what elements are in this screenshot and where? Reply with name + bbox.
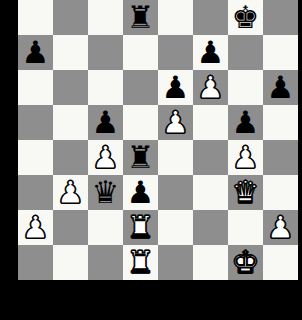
piece-black-rook-d8[interactable]: ♜: [127, 0, 155, 35]
square-h5[interactable]: [263, 105, 298, 140]
square-h6[interactable]: ♟: [263, 70, 298, 105]
square-a4[interactable]: [18, 140, 53, 175]
square-e8[interactable]: [158, 0, 193, 35]
square-h3[interactable]: [263, 175, 298, 210]
square-c5[interactable]: ♟: [88, 105, 123, 140]
piece-white-pawn-b3[interactable]: ♟: [57, 175, 85, 210]
square-f6[interactable]: ♟: [193, 70, 228, 105]
square-f7[interactable]: ♟: [193, 35, 228, 70]
square-b1[interactable]: [53, 245, 88, 280]
square-g7[interactable]: [228, 35, 263, 70]
square-c8[interactable]: [88, 0, 123, 35]
square-g3[interactable]: ♛: [228, 175, 263, 210]
piece-black-rook-d4[interactable]: ♜: [127, 140, 155, 175]
square-d7[interactable]: [123, 35, 158, 70]
square-g8[interactable]: ♚: [228, 0, 263, 35]
square-a3[interactable]: [18, 175, 53, 210]
square-e7[interactable]: [158, 35, 193, 70]
piece-white-pawn-f6[interactable]: ♟: [197, 70, 225, 105]
square-c7[interactable]: [88, 35, 123, 70]
square-g5[interactable]: ♟: [228, 105, 263, 140]
square-g4[interactable]: ♟: [228, 140, 263, 175]
piece-white-pawn-h2[interactable]: ♟: [267, 210, 295, 245]
square-g2[interactable]: [228, 210, 263, 245]
square-e5[interactable]: ♟: [158, 105, 193, 140]
square-h4[interactable]: [263, 140, 298, 175]
piece-black-pawn-h6[interactable]: ♟: [267, 70, 295, 105]
piece-black-pawn-d3[interactable]: ♟: [127, 175, 155, 210]
piece-white-king-g1[interactable]: ♚: [232, 245, 260, 280]
square-g1[interactable]: ♚: [228, 245, 263, 280]
piece-black-queen-c3[interactable]: ♛: [92, 175, 120, 210]
square-e3[interactable]: [158, 175, 193, 210]
square-g6[interactable]: [228, 70, 263, 105]
square-b4[interactable]: [53, 140, 88, 175]
square-b7[interactable]: [53, 35, 88, 70]
square-f8[interactable]: [193, 0, 228, 35]
square-f2[interactable]: [193, 210, 228, 245]
square-c2[interactable]: [88, 210, 123, 245]
square-h8[interactable]: [263, 0, 298, 35]
square-d1[interactable]: ♜: [123, 245, 158, 280]
square-d8[interactable]: ♜: [123, 0, 158, 35]
square-d3[interactable]: ♟: [123, 175, 158, 210]
piece-black-king-g8[interactable]: ♚: [232, 0, 260, 35]
square-f1[interactable]: [193, 245, 228, 280]
square-c4[interactable]: ♟: [88, 140, 123, 175]
piece-white-pawn-e5[interactable]: ♟: [162, 105, 190, 140]
square-f3[interactable]: [193, 175, 228, 210]
square-f5[interactable]: [193, 105, 228, 140]
piece-black-pawn-e6[interactable]: ♟: [162, 70, 190, 105]
square-b6[interactable]: [53, 70, 88, 105]
square-d4[interactable]: ♜: [123, 140, 158, 175]
piece-black-pawn-c5[interactable]: ♟: [92, 105, 120, 140]
square-e2[interactable]: [158, 210, 193, 245]
square-c3[interactable]: ♛: [88, 175, 123, 210]
square-b2[interactable]: [53, 210, 88, 245]
square-b8[interactable]: [53, 0, 88, 35]
square-d6[interactable]: [123, 70, 158, 105]
piece-white-queen-g3[interactable]: ♛: [232, 175, 260, 210]
square-b5[interactable]: [53, 105, 88, 140]
square-a6[interactable]: [18, 70, 53, 105]
piece-white-pawn-g4[interactable]: ♟: [232, 140, 260, 175]
square-f4[interactable]: [193, 140, 228, 175]
square-e1[interactable]: [158, 245, 193, 280]
square-e4[interactable]: [158, 140, 193, 175]
square-b3[interactable]: ♟: [53, 175, 88, 210]
piece-black-pawn-g5[interactable]: ♟: [232, 105, 260, 140]
square-a2[interactable]: ♟: [18, 210, 53, 245]
square-h2[interactable]: ♟: [263, 210, 298, 245]
square-c1[interactable]: [88, 245, 123, 280]
square-a5[interactable]: [18, 105, 53, 140]
square-a7[interactable]: ♟: [18, 35, 53, 70]
piece-black-pawn-f7[interactable]: ♟: [197, 35, 225, 70]
square-a8[interactable]: [18, 0, 53, 35]
square-c6[interactable]: [88, 70, 123, 105]
chess-board: ♜♚♟♟♟♟♟♟♟♟♟♜♟♟♛♟♛♟♜♟♜♚: [18, 0, 298, 280]
piece-white-rook-d1[interactable]: ♜: [127, 245, 155, 280]
square-e6[interactable]: ♟: [158, 70, 193, 105]
square-h7[interactable]: [263, 35, 298, 70]
piece-white-rook-d2[interactable]: ♜: [127, 210, 155, 245]
square-a1[interactable]: [18, 245, 53, 280]
square-d5[interactable]: [123, 105, 158, 140]
piece-white-pawn-a2[interactable]: ♟: [22, 210, 50, 245]
square-h1[interactable]: [263, 245, 298, 280]
square-d2[interactable]: ♜: [123, 210, 158, 245]
piece-white-pawn-c4[interactable]: ♟: [92, 140, 120, 175]
piece-black-pawn-a7[interactable]: ♟: [22, 35, 50, 70]
